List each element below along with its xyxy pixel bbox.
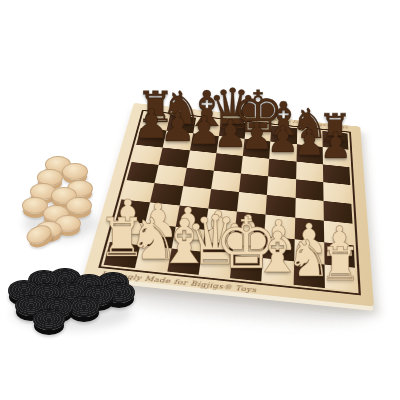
product-photo-stage: Lovingly Made for Bigjigs® Toys Lovingly… — [0, 0, 400, 400]
light-checker-disc[interactable] — [62, 163, 88, 180]
dark-checker-disc[interactable] — [33, 309, 65, 330]
piece-dark-pawn[interactable]: ♟ — [318, 128, 354, 164]
light-checker-disc[interactable] — [66, 197, 92, 214]
piece-light-rook[interactable]: ♜ — [317, 241, 363, 287]
